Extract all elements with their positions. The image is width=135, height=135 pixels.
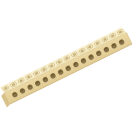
lego-technic-brick [0,0,135,135]
brick-top-face [0,26,127,93]
brick-group [0,26,133,107]
product-image [0,0,135,135]
top-crease-line [4,33,126,93]
